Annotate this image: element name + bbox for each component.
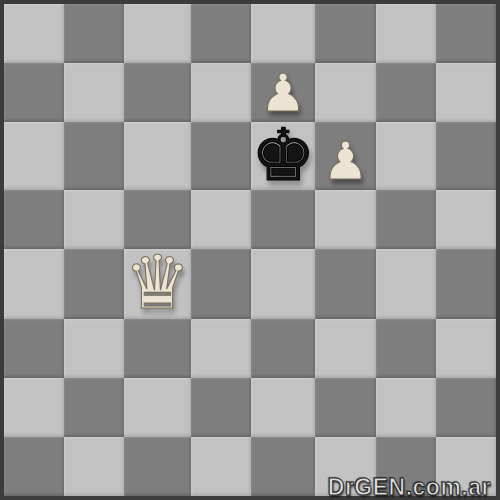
board-square bbox=[64, 437, 124, 496]
board-square bbox=[64, 122, 124, 190]
board-square bbox=[191, 122, 251, 190]
board-square bbox=[191, 319, 251, 378]
black-king: ♚ bbox=[251, 122, 316, 190]
board-square bbox=[315, 319, 375, 378]
board-square bbox=[251, 4, 316, 63]
board-square bbox=[124, 319, 190, 378]
board-square bbox=[315, 4, 375, 63]
board-square bbox=[376, 249, 436, 319]
board-square bbox=[191, 249, 251, 319]
board-square bbox=[4, 4, 64, 63]
board-square bbox=[436, 190, 496, 249]
board-square bbox=[376, 63, 436, 122]
board-square bbox=[64, 249, 124, 319]
board-square bbox=[4, 190, 64, 249]
board-square bbox=[191, 63, 251, 122]
board-square bbox=[64, 190, 124, 249]
board-square bbox=[191, 4, 251, 63]
board-square bbox=[4, 319, 64, 378]
white-queen: ♛ bbox=[124, 249, 190, 319]
board-square bbox=[4, 63, 64, 122]
board-square bbox=[436, 319, 496, 378]
board-square bbox=[251, 249, 316, 319]
board-square bbox=[191, 378, 251, 437]
board-square bbox=[4, 249, 64, 319]
watermark: DrGEN.com.ar bbox=[328, 474, 491, 500]
white-pawn: ♟ bbox=[322, 138, 369, 190]
board-square bbox=[376, 378, 436, 437]
board-square bbox=[251, 190, 316, 249]
board-square bbox=[191, 190, 251, 249]
board-square bbox=[124, 4, 190, 63]
board-square bbox=[376, 122, 436, 190]
board-square: ♚ bbox=[251, 122, 316, 190]
board-square bbox=[64, 319, 124, 378]
board-square bbox=[64, 63, 124, 122]
board-square bbox=[124, 437, 190, 496]
board-square: ♟ bbox=[315, 122, 375, 190]
board-square bbox=[436, 249, 496, 319]
board-square bbox=[251, 437, 316, 496]
board-square bbox=[376, 4, 436, 63]
chess-board-grid: ♟♚♟♛ bbox=[4, 4, 496, 496]
board-square bbox=[4, 437, 64, 496]
board-square bbox=[4, 378, 64, 437]
board-square bbox=[436, 378, 496, 437]
board-square bbox=[376, 319, 436, 378]
board-square bbox=[191, 437, 251, 496]
board-square bbox=[64, 378, 124, 437]
board-square bbox=[251, 378, 316, 437]
board-square bbox=[251, 319, 316, 378]
board-square bbox=[315, 378, 375, 437]
board-square bbox=[436, 4, 496, 63]
board-square bbox=[124, 122, 190, 190]
board-square bbox=[315, 249, 375, 319]
board-square bbox=[315, 190, 375, 249]
board-square: ♛ bbox=[124, 249, 190, 319]
board-square bbox=[436, 63, 496, 122]
board-square bbox=[124, 378, 190, 437]
board-square bbox=[124, 63, 190, 122]
board-square bbox=[4, 122, 64, 190]
board-square bbox=[64, 4, 124, 63]
board-square bbox=[315, 63, 375, 122]
chess-board: ♟♚♟♛ DrGEN.com.ar bbox=[0, 0, 500, 500]
board-square: ♟ bbox=[251, 63, 316, 122]
board-square bbox=[376, 190, 436, 249]
board-square bbox=[436, 122, 496, 190]
